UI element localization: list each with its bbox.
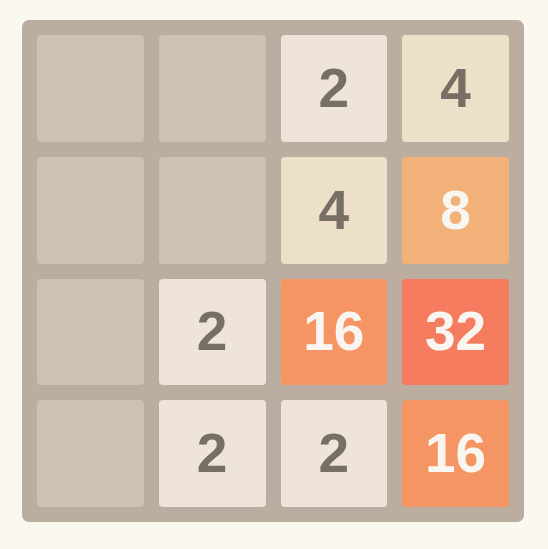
tile-4: 4 <box>281 157 388 264</box>
tile-2: 2 <box>159 279 266 386</box>
tile-2: 2 <box>159 400 266 507</box>
game-board-2048: 2448216322216 <box>22 20 524 522</box>
empty-cell <box>159 35 266 142</box>
tile-16: 16 <box>281 279 388 386</box>
tile-32: 32 <box>402 279 509 386</box>
empty-cell <box>159 157 266 264</box>
empty-cell <box>37 157 144 264</box>
tile-2: 2 <box>281 400 388 507</box>
tile-8: 8 <box>402 157 509 264</box>
tile-16: 16 <box>402 400 509 507</box>
tile-2: 2 <box>281 35 388 142</box>
page-background: 2448216322216 <box>0 0 548 549</box>
empty-cell <box>37 279 144 386</box>
empty-cell <box>37 35 144 142</box>
empty-cell <box>37 400 144 507</box>
tile-4: 4 <box>402 35 509 142</box>
